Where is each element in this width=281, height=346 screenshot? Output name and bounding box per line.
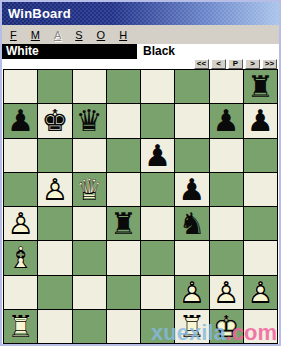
square-c4[interactable] [73,207,106,240]
winboard-window: WinBoard FMASOH White Black <<<P>>> ♜♟♚♛… [0,0,281,346]
piece-white-rook-icon: ♜♖ [175,310,208,343]
piece-white-queen-icon: ♛♕ [73,173,106,206]
piece-black-pawn-icon: ♟ [210,104,243,137]
square-a5[interactable] [4,173,37,206]
piece-black-rook-icon: ♜ [244,70,277,103]
player-names-bar: White Black [2,44,279,59]
square-c3[interactable] [73,241,106,274]
piece-white-rook-icon: ♜♖ [4,310,37,343]
square-c7[interactable]: ♛ [73,104,106,137]
square-e5[interactable] [141,173,174,206]
square-e2[interactable] [141,276,174,309]
piece-black-pawn-icon: ♟ [4,104,37,137]
square-h7[interactable]: ♟ [244,104,277,137]
menu-item-o[interactable]: O [97,29,106,41]
square-f7[interactable] [175,104,208,137]
square-a3[interactable]: ♝♗ [4,241,37,274]
step-forward-button[interactable]: > [245,59,260,69]
square-f4[interactable]: ♞ [175,207,208,240]
piece-white-king-icon: ♚♔ [210,310,243,343]
piece-black-pawn-icon: ♟ [141,139,174,172]
square-h1[interactable] [244,310,277,343]
step-back-button[interactable]: < [211,59,226,69]
square-f3[interactable] [175,241,208,274]
piece-white-pawn-icon: ♟♙ [210,276,243,309]
square-a1[interactable]: ♜♖ [4,310,37,343]
menu-item-a[interactable]: A [54,29,61,41]
window-title: WinBoard [8,6,71,21]
square-g1[interactable]: ♚♔ [210,310,243,343]
square-d3[interactable] [107,241,140,274]
chess-board: ♜♟♚♛♟♟♟♟♙♛♕♟♟♙♜♞♝♗♟♙♟♙♟♙♜♖♜♖♚♔ [3,69,278,344]
square-d7[interactable] [107,104,140,137]
piece-black-rook-icon: ♜ [107,207,140,240]
square-g3[interactable] [210,241,243,274]
square-f8[interactable] [175,70,208,103]
square-g8[interactable] [210,70,243,103]
square-b1[interactable] [38,310,71,343]
square-f1[interactable]: ♜♖ [175,310,208,343]
menu-item-s[interactable]: S [75,29,82,41]
square-b2[interactable] [38,276,71,309]
piece-black-king-icon: ♚ [38,104,71,137]
square-a7[interactable]: ♟ [4,104,37,137]
square-h3[interactable] [244,241,277,274]
square-d1[interactable] [107,310,140,343]
piece-white-bishop-icon: ♝♗ [4,241,37,274]
square-h8[interactable]: ♜ [244,70,277,103]
square-a8[interactable] [4,70,37,103]
white-player-label: White [2,44,137,59]
square-e4[interactable] [141,207,174,240]
square-d2[interactable] [107,276,140,309]
square-d4[interactable]: ♜ [107,207,140,240]
square-h2[interactable]: ♟♙ [244,276,277,309]
square-g2[interactable]: ♟♙ [210,276,243,309]
piece-black-pawn-icon: ♟ [244,104,277,137]
square-a4[interactable]: ♟♙ [4,207,37,240]
menu-bar: FMASOH [2,25,279,44]
piece-black-knight-icon: ♞ [175,207,208,240]
menu-item-h[interactable]: H [119,29,127,41]
square-b7[interactable]: ♚ [38,104,71,137]
square-g5[interactable] [210,173,243,206]
square-e1[interactable] [141,310,174,343]
piece-white-pawn-icon: ♟♙ [175,276,208,309]
square-a6[interactable] [4,139,37,172]
square-f2[interactable]: ♟♙ [175,276,208,309]
square-c8[interactable] [73,70,106,103]
square-c1[interactable] [73,310,106,343]
piece-white-pawn-icon: ♟♙ [244,276,277,309]
square-b4[interactable] [38,207,71,240]
title-bar[interactable]: WinBoard [2,2,279,25]
square-e7[interactable] [141,104,174,137]
square-b3[interactable] [38,241,71,274]
piece-white-pawn-icon: ♟♙ [38,173,71,206]
piece-black-pawn-icon: ♟ [175,173,208,206]
square-b6[interactable] [38,139,71,172]
menu-item-m[interactable]: M [31,29,40,41]
black-player-label: Black [137,44,175,59]
square-c5[interactable]: ♛♕ [73,173,106,206]
piece-black-queen-icon: ♛ [73,104,106,137]
piece-white-pawn-icon: ♟♙ [4,207,37,240]
menu-item-f[interactable]: F [10,29,17,41]
forward-to-end-button[interactable]: >> [262,59,277,69]
pause-button[interactable]: P [228,59,243,69]
rewind-to-start-button[interactable]: << [194,59,209,69]
square-h4[interactable] [244,207,277,240]
square-c6[interactable] [73,139,106,172]
square-f6[interactable] [175,139,208,172]
square-b8[interactable] [38,70,71,103]
square-g7[interactable]: ♟ [210,104,243,137]
square-g4[interactable] [210,207,243,240]
square-e8[interactable] [141,70,174,103]
square-c2[interactable] [73,276,106,309]
square-d8[interactable] [107,70,140,103]
navigation-toolbar: <<<P>>> [2,59,279,69]
square-h6[interactable] [244,139,277,172]
square-d6[interactable] [107,139,140,172]
square-e6[interactable]: ♟ [141,139,174,172]
square-g6[interactable] [210,139,243,172]
square-b5[interactable]: ♟♙ [38,173,71,206]
square-a2[interactable] [4,276,37,309]
square-d5[interactable] [107,173,140,206]
square-e3[interactable] [141,241,174,274]
square-f5[interactable]: ♟ [175,173,208,206]
square-h5[interactable] [244,173,277,206]
